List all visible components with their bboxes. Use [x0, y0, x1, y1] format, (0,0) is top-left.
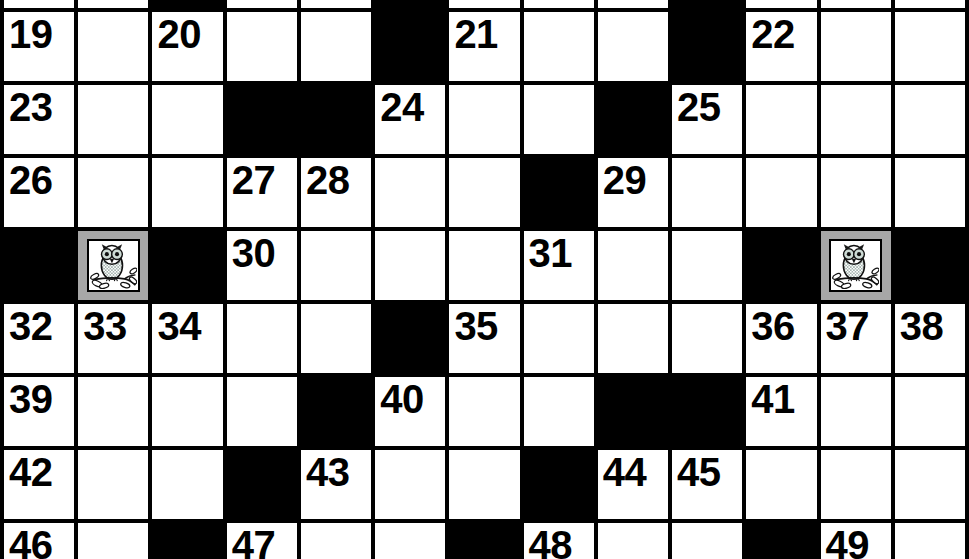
- cell-r6c1[interactable]: 39: [2, 375, 76, 448]
- cell-r7c7[interactable]: [447, 448, 521, 521]
- clue-number: 38: [900, 306, 944, 346]
- cell-r1c1[interactable]: 19: [2, 10, 76, 83]
- cell-r3c1[interactable]: 26: [2, 156, 76, 229]
- cell-r0c13[interactable]: [893, 0, 967, 10]
- cell-r5c9[interactable]: [596, 302, 670, 375]
- cell-r1c4[interactable]: [225, 10, 299, 83]
- cell-r3c11[interactable]: [744, 156, 818, 229]
- cell-r0c1[interactable]: [2, 0, 76, 10]
- cell-r5c4[interactable]: [225, 302, 299, 375]
- cell-r6c12[interactable]: [819, 375, 893, 448]
- clue-number: 31: [529, 233, 573, 273]
- black-cell-r7c8: [522, 448, 596, 521]
- cell-r2c2[interactable]: [76, 83, 150, 156]
- clue-number: 30: [232, 233, 276, 273]
- cell-r0c4[interactable]: [225, 0, 299, 10]
- cell-r6c3[interactable]: [150, 375, 224, 448]
- clue-number: 22: [751, 14, 795, 54]
- cell-r6c6[interactable]: 40: [373, 375, 447, 448]
- cell-r3c5[interactable]: 28: [299, 156, 373, 229]
- black-cell-r0c6: [373, 0, 447, 10]
- black-cell-r7c4: [225, 448, 299, 521]
- clue-number: 40: [380, 379, 424, 419]
- clue-number: 44: [603, 452, 647, 492]
- owl-cell-r4c2: [76, 229, 150, 302]
- cell-r8c4[interactable]: 47: [225, 521, 299, 559]
- cell-r1c12[interactable]: [819, 10, 893, 83]
- cell-r8c2[interactable]: [76, 521, 150, 559]
- cell-r5c5[interactable]: [299, 302, 373, 375]
- clue-number: 45: [677, 452, 721, 492]
- cell-r0c7[interactable]: [447, 0, 521, 10]
- cell-r2c6[interactable]: 24: [373, 83, 447, 156]
- cell-r5c1[interactable]: 32: [2, 302, 76, 375]
- clue-number: 48: [529, 525, 573, 559]
- cell-r1c3[interactable]: 20: [150, 10, 224, 83]
- cell-r4c6[interactable]: [373, 229, 447, 302]
- cell-r8c12[interactable]: 49: [819, 521, 893, 559]
- cell-r3c3[interactable]: [150, 156, 224, 229]
- clue-number: 46: [9, 525, 53, 559]
- cell-r5c12[interactable]: 37: [819, 302, 893, 375]
- black-cell-r4c3: [150, 229, 224, 302]
- black-cell-r6c10: [670, 375, 744, 448]
- cell-r0c5[interactable]: [299, 0, 373, 10]
- cell-r2c3[interactable]: [150, 83, 224, 156]
- clue-number: 27: [232, 160, 276, 200]
- clue-number: 32: [9, 306, 53, 346]
- cell-r1c13[interactable]: [893, 10, 967, 83]
- cell-r8c10[interactable]: [670, 521, 744, 559]
- cell-r2c13[interactable]: [893, 83, 967, 156]
- cell-r7c10[interactable]: 45: [670, 448, 744, 521]
- cell-r5c10[interactable]: [670, 302, 744, 375]
- cell-r4c8[interactable]: 31: [522, 229, 596, 302]
- black-cell-r4c11: [744, 229, 818, 302]
- black-cell-r1c6: [373, 10, 447, 83]
- black-cell-r6c5: [299, 375, 373, 448]
- cell-r6c8[interactable]: [522, 375, 596, 448]
- clue-number: 26: [9, 160, 53, 200]
- cell-r2c8[interactable]: [522, 83, 596, 156]
- cell-r3c10[interactable]: [670, 156, 744, 229]
- clue-number: 35: [454, 306, 498, 346]
- cell-r6c4[interactable]: [225, 375, 299, 448]
- cell-r4c7[interactable]: [447, 229, 521, 302]
- cell-r7c1[interactable]: 42: [2, 448, 76, 521]
- cell-r6c7[interactable]: [447, 375, 521, 448]
- cell-r1c8[interactable]: [522, 10, 596, 83]
- cell-r4c5[interactable]: [299, 229, 373, 302]
- cell-r4c9[interactable]: [596, 229, 670, 302]
- cell-r3c4[interactable]: 27: [225, 156, 299, 229]
- clue-number: 29: [603, 160, 647, 200]
- black-cell-r5c6: [373, 302, 447, 375]
- cell-r8c8[interactable]: 48: [522, 521, 596, 559]
- cell-r0c11[interactable]: [744, 0, 818, 10]
- cell-r5c7[interactable]: 35: [447, 302, 521, 375]
- cell-r0c9[interactable]: [596, 0, 670, 10]
- cell-r5c13[interactable]: 38: [893, 302, 967, 375]
- clue-number: 19: [9, 14, 53, 54]
- cell-r1c2[interactable]: [76, 10, 150, 83]
- clue-number: 43: [306, 452, 350, 492]
- cell-r7c9[interactable]: 44: [596, 448, 670, 521]
- owl-icon: [90, 242, 137, 289]
- clue-number: 28: [306, 160, 350, 200]
- cell-r5c11[interactable]: 36: [744, 302, 818, 375]
- cell-r5c3[interactable]: 34: [150, 302, 224, 375]
- clue-number: 20: [157, 14, 201, 54]
- black-cell-r2c5: [299, 83, 373, 156]
- clue-number: 41: [751, 379, 795, 419]
- cell-r8c1[interactable]: 46: [2, 521, 76, 559]
- cell-r1c7[interactable]: 21: [447, 10, 521, 83]
- cell-r8c5[interactable]: [299, 521, 373, 559]
- cell-r1c11[interactable]: 22: [744, 10, 818, 83]
- clue-number: 24: [380, 87, 424, 127]
- clue-number: 36: [751, 306, 795, 346]
- cell-r7c2[interactable]: [76, 448, 150, 521]
- cell-r1c9[interactable]: [596, 10, 670, 83]
- clue-number: 34: [157, 306, 201, 346]
- clue-number: 37: [826, 306, 870, 346]
- clue-number: 47: [232, 525, 276, 559]
- cell-r3c12[interactable]: [819, 156, 893, 229]
- black-cell-r1c10: [670, 10, 744, 83]
- cell-r3c6[interactable]: [373, 156, 447, 229]
- black-cell-r6c9: [596, 375, 670, 448]
- black-cell-r0c3: [150, 0, 224, 10]
- cell-r0c12[interactable]: [819, 0, 893, 10]
- cell-r3c9[interactable]: 29: [596, 156, 670, 229]
- owl-cell-r4c12: [819, 229, 893, 302]
- cell-r6c11[interactable]: 41: [744, 375, 818, 448]
- owl-icon: [832, 242, 879, 289]
- black-cell-r4c13: [893, 229, 967, 302]
- cell-r4c10[interactable]: [670, 229, 744, 302]
- cell-r2c1[interactable]: 23: [2, 83, 76, 156]
- cell-r2c10[interactable]: 25: [670, 83, 744, 156]
- cell-r7c3[interactable]: [150, 448, 224, 521]
- cell-r7c5[interactable]: 43: [299, 448, 373, 521]
- cell-r8c13[interactable]: [893, 521, 967, 559]
- cell-r5c8[interactable]: [522, 302, 596, 375]
- cell-r0c8[interactable]: [522, 0, 596, 10]
- crossword-grid: 1920212223242526272829303132333435363738…: [0, 0, 969, 559]
- cell-r6c13[interactable]: [893, 375, 967, 448]
- clue-number: 39: [9, 379, 53, 419]
- cell-r3c2[interactable]: [76, 156, 150, 229]
- cell-r3c7[interactable]: [447, 156, 521, 229]
- cell-r7c11[interactable]: [744, 448, 818, 521]
- cell-r8c6[interactable]: [373, 521, 447, 559]
- cell-r5c2[interactable]: 33: [76, 302, 150, 375]
- clue-number: 23: [9, 87, 53, 127]
- black-cell-r8c3: [150, 521, 224, 559]
- black-cell-r4c1: [2, 229, 76, 302]
- clue-number: 21: [454, 14, 498, 54]
- clue-number: 33: [83, 306, 127, 346]
- cell-r0c2[interactable]: [76, 0, 150, 10]
- cell-r3c13[interactable]: [893, 156, 967, 229]
- black-cell-r3c8: [522, 156, 596, 229]
- clue-number: 49: [826, 525, 870, 559]
- crossword-puzzle: 1920212223242526272829303132333435363738…: [0, 0, 969, 559]
- black-cell-r0c10: [670, 0, 744, 10]
- black-cell-r2c4: [225, 83, 299, 156]
- cell-r1c5[interactable]: [299, 10, 373, 83]
- cell-r4c4[interactable]: 30: [225, 229, 299, 302]
- cell-r2c7[interactable]: [447, 83, 521, 156]
- owl-frame: [829, 239, 882, 292]
- clue-number: 42: [9, 452, 53, 492]
- black-cell-r8c7: [447, 521, 521, 559]
- cell-r7c12[interactable]: [819, 448, 893, 521]
- cell-r6c2[interactable]: [76, 375, 150, 448]
- owl-frame: [87, 239, 140, 292]
- clue-number: 25: [677, 87, 721, 127]
- cell-r8c9[interactable]: [596, 521, 670, 559]
- cell-r7c6[interactable]: [373, 448, 447, 521]
- cell-r2c11[interactable]: [744, 83, 818, 156]
- cell-r2c12[interactable]: [819, 83, 893, 156]
- black-cell-r8c11: [744, 521, 818, 559]
- black-cell-r2c9: [596, 83, 670, 156]
- cell-r7c13[interactable]: [893, 448, 967, 521]
